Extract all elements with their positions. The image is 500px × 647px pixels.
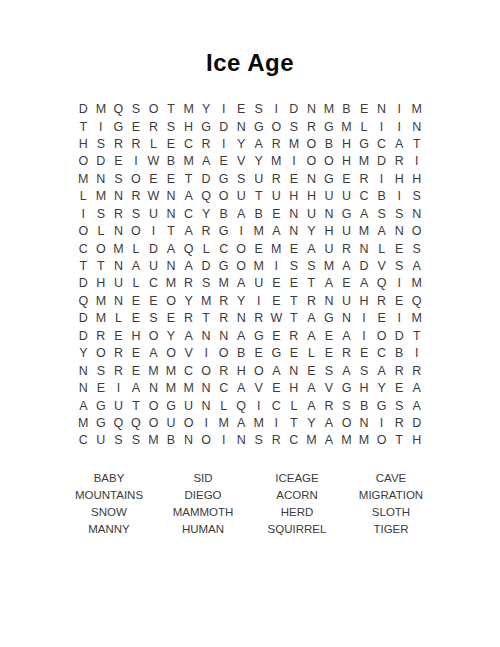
grid-cell-r16c18: A: [373, 362, 391, 379]
grid-cell-r9c15: U: [320, 240, 338, 257]
grid-cell-r2c13: S: [285, 118, 303, 135]
grid-cell-r17c1: N: [75, 379, 93, 396]
grid-cell-r11c18: Q: [373, 275, 391, 292]
grid-cell-r9c5: D: [145, 240, 163, 257]
grid-cell-r1c11: S: [250, 100, 268, 117]
grid-cell-r5c7: T: [180, 170, 198, 187]
grid-cell-r9c3: M: [110, 240, 128, 257]
grid-cell-r14c12: E: [268, 327, 286, 344]
grid-cell-r15c17: E: [355, 345, 373, 362]
grid-cell-r11c13: E: [285, 275, 303, 292]
grid-cell-r4c14: O: [303, 153, 321, 170]
grid-cell-r10c3: N: [110, 257, 128, 274]
grid-cell-r20c2: U: [92, 432, 110, 449]
grid-cell-r20c7: N: [180, 432, 198, 449]
grid-cell-r17c14: A: [303, 379, 321, 396]
grid-cell-r2c10: N: [232, 118, 250, 135]
grid-cell-r8c14: Y: [303, 222, 321, 239]
grid-cell-r1c3: Q: [110, 100, 128, 117]
grid-cell-r4c16: H: [338, 153, 356, 170]
grid-cell-r17c17: H: [355, 379, 373, 396]
grid-cell-r18c4: T: [127, 397, 145, 414]
grid-cell-r6c4: R: [127, 188, 145, 205]
grid-cell-r9c14: A: [303, 240, 321, 257]
grid-cell-r5c19: H: [390, 170, 408, 187]
grid-cell-r19c9: M: [215, 414, 233, 431]
grid-cell-r7c20: N: [408, 205, 426, 222]
grid-cell-r9c13: E: [285, 240, 303, 257]
grid-cell-r14c11: G: [250, 327, 268, 344]
grid-cell-r2c16: M: [338, 118, 356, 135]
grid-cell-r3c15: B: [320, 135, 338, 152]
grid-cell-r2c9: D: [215, 118, 233, 135]
grid-cell-r3c3: R: [110, 135, 128, 152]
grid-cell-r19c16: O: [338, 414, 356, 431]
grid-cell-r7c4: S: [127, 205, 145, 222]
grid-cell-r20c15: A: [320, 432, 338, 449]
grid-cell-r3c16: H: [338, 135, 356, 152]
grid-cell-r8c9: G: [215, 222, 233, 239]
grid-cell-r10c2: T: [92, 257, 110, 274]
grid-cell-r18c10: Q: [232, 397, 250, 414]
grid-cell-r11c6: M: [162, 275, 180, 292]
grid-cell-r20c4: S: [127, 432, 145, 449]
grid-cell-r4c7: M: [180, 153, 198, 170]
grid-cell-r19c13: T: [285, 414, 303, 431]
grid-cell-r2c6: S: [162, 118, 180, 135]
grid-cell-r15c15: E: [320, 345, 338, 362]
grid-cell-r4c8: A: [197, 153, 215, 170]
grid-cell-r11c16: E: [338, 275, 356, 292]
grid-cell-r7c12: E: [268, 205, 286, 222]
grid-cell-r20c10: N: [232, 432, 250, 449]
word-list-item: CAVE: [344, 469, 438, 486]
grid-cell-r9c7: Q: [180, 240, 198, 257]
grid-cell-r3c6: E: [162, 135, 180, 152]
word-list-item: SID: [156, 469, 250, 486]
grid-cell-r17c7: M: [180, 379, 198, 396]
grid-cell-r14c3: E: [110, 327, 128, 344]
grid-cell-r3c18: C: [373, 135, 391, 152]
grid-cell-r7c11: B: [250, 205, 268, 222]
grid-cell-r4c6: B: [162, 153, 180, 170]
grid-cell-r9c12: M: [268, 240, 286, 257]
grid-cell-r4c13: I: [285, 153, 303, 170]
grid-cell-r15c1: Y: [75, 345, 93, 362]
grid-cell-r3c17: G: [355, 135, 373, 152]
grid-cell-r13c10: N: [232, 310, 250, 327]
grid-cell-r3c14: O: [303, 135, 321, 152]
grid-cell-r11c10: A: [232, 275, 250, 292]
grid-cell-r10c8: D: [197, 257, 215, 274]
grid-cell-r18c11: I: [250, 397, 268, 414]
grid-cell-r20c3: S: [110, 432, 128, 449]
grid-cell-r3c11: A: [250, 135, 268, 152]
grid-cell-r4c3: E: [110, 153, 128, 170]
grid-cell-r14c16: A: [338, 327, 356, 344]
grid-cell-r14c6: Y: [162, 327, 180, 344]
grid-cell-r20c14: M: [303, 432, 321, 449]
grid-cell-r14c13: R: [285, 327, 303, 344]
grid-cell-r6c20: S: [408, 188, 426, 205]
grid-cell-r16c2: S: [92, 362, 110, 379]
grid-cell-r13c12: W: [268, 310, 286, 327]
grid-cell-r10c9: G: [215, 257, 233, 274]
grid-cell-r12c17: H: [355, 292, 373, 309]
grid-cell-r3c1: H: [75, 135, 93, 152]
grid-cell-r1c12: I: [268, 100, 286, 117]
word-list-item: ACORN: [250, 486, 344, 503]
grid-cell-r15c14: L: [303, 345, 321, 362]
grid-cell-r20c9: I: [215, 432, 233, 449]
grid-cell-r5c3: S: [110, 170, 128, 187]
grid-cell-r3c2: S: [92, 135, 110, 152]
grid-cell-r6c2: M: [92, 188, 110, 205]
grid-cell-r3c19: A: [390, 135, 408, 152]
grid-cell-r1c8: Y: [197, 100, 215, 117]
grid-cell-r2c19: I: [390, 118, 408, 135]
grid-cell-r13c20: M: [408, 310, 426, 327]
grid-cell-r16c14: E: [303, 362, 321, 379]
grid-cell-r7c17: A: [355, 205, 373, 222]
grid-cell-r2c3: G: [110, 118, 128, 135]
grid-cell-r5c18: I: [373, 170, 391, 187]
grid-cell-r9c19: E: [390, 240, 408, 257]
grid-cell-r5c8: D: [197, 170, 215, 187]
grid-cell-r8c15: H: [320, 222, 338, 239]
grid-cell-r19c3: Q: [110, 414, 128, 431]
grid-cell-r18c6: G: [162, 397, 180, 414]
grid-cell-r12c11: I: [250, 292, 268, 309]
grid-cell-r9c18: L: [373, 240, 391, 257]
grid-cell-r4c5: W: [145, 153, 163, 170]
grid-cell-r16c16: A: [338, 362, 356, 379]
grid-cell-r2c7: H: [180, 118, 198, 135]
grid-cell-r14c14: A: [303, 327, 321, 344]
grid-cell-r18c7: U: [180, 397, 198, 414]
grid-cell-r6c1: L: [75, 188, 93, 205]
grid-cell-r10c10: O: [232, 257, 250, 274]
grid-cell-r16c13: N: [285, 362, 303, 379]
grid-cell-r6c18: B: [373, 188, 391, 205]
grid-cell-r7c6: N: [162, 205, 180, 222]
grid-cell-r13c1: D: [75, 310, 93, 327]
grid-cell-r7c1: I: [75, 205, 93, 222]
grid-cell-r10c12: I: [268, 257, 286, 274]
grid-cell-r20c18: O: [373, 432, 391, 449]
grid-cell-r1c4: S: [127, 100, 145, 117]
grid-cell-r9c6: A: [162, 240, 180, 257]
word-list: BABYSIDICEAGECAVEMOUNTAINSDIEGOACORNMIGR…: [0, 469, 500, 537]
grid-cell-r14c20: T: [408, 327, 426, 344]
grid-cell-r3c5: L: [145, 135, 163, 152]
grid-cell-r15c6: O: [162, 345, 180, 362]
grid-cell-r14c4: H: [127, 327, 145, 344]
grid-cell-r18c13: L: [285, 397, 303, 414]
grid-cell-r4c20: I: [408, 153, 426, 170]
grid-cell-r14c10: A: [232, 327, 250, 344]
grid-cell-r18c20: A: [408, 397, 426, 414]
grid-cell-r4c12: M: [268, 153, 286, 170]
grid-cell-r4c2: D: [92, 153, 110, 170]
grid-cell-r10c1: T: [75, 257, 93, 274]
grid-cell-r20c16: M: [338, 432, 356, 449]
grid-cell-r8c6: T: [162, 222, 180, 239]
grid-cell-r6c13: H: [285, 188, 303, 205]
grid-cell-r5c14: N: [303, 170, 321, 187]
grid-cell-r17c6: M: [162, 379, 180, 396]
grid-cell-r6c7: A: [180, 188, 198, 205]
grid-cell-r19c11: M: [250, 414, 268, 431]
grid-cell-r18c16: S: [338, 397, 356, 414]
word-list-item: SQUIRREL: [250, 520, 344, 537]
grid-cell-r17c16: G: [338, 379, 356, 396]
grid-cell-r15c4: E: [127, 345, 145, 362]
grid-cell-r18c8: N: [197, 397, 215, 414]
grid-cell-r8c7: A: [180, 222, 198, 239]
grid-cell-r17c10: A: [232, 379, 250, 396]
word-list-item: SNOW: [62, 503, 156, 520]
grid-cell-r20c17: M: [355, 432, 373, 449]
grid-cell-r12c12: E: [268, 292, 286, 309]
grid-cell-r10c11: M: [250, 257, 268, 274]
grid-cell-r18c15: R: [320, 397, 338, 414]
grid-cell-r8c16: U: [338, 222, 356, 239]
grid-cell-r12c7: Y: [180, 292, 198, 309]
grid-cell-r14c8: N: [197, 327, 215, 344]
grid-cell-r13c4: E: [127, 310, 145, 327]
grid-cell-r8c20: O: [408, 222, 426, 239]
grid-cell-r3c4: R: [127, 135, 145, 152]
grid-cell-r15c9: O: [215, 345, 233, 362]
grid-cell-r14c2: R: [92, 327, 110, 344]
grid-cell-r2c5: R: [145, 118, 163, 135]
grid-cell-r7c18: S: [373, 205, 391, 222]
grid-cell-r7c8: Y: [197, 205, 215, 222]
grid-cell-r9c10: O: [232, 240, 250, 257]
grid-cell-r16c10: H: [232, 362, 250, 379]
grid-cell-r16c17: S: [355, 362, 373, 379]
word-list-item: MANNY: [62, 520, 156, 537]
grid-cell-r9c11: E: [250, 240, 268, 257]
grid-cell-r14c17: I: [355, 327, 373, 344]
grid-cell-r8c8: R: [197, 222, 215, 239]
grid-cell-r7c15: N: [320, 205, 338, 222]
grid-cell-r5c6: E: [162, 170, 180, 187]
grid-cell-r4c19: R: [390, 153, 408, 170]
grid-cell-r11c7: R: [180, 275, 198, 292]
grid-cell-r20c11: S: [250, 432, 268, 449]
grid-cell-r8c10: I: [232, 222, 250, 239]
grid-cell-r1c16: B: [338, 100, 356, 117]
grid-cell-r1c2: M: [92, 100, 110, 117]
grid-cell-r4c9: E: [215, 153, 233, 170]
grid-cell-r3c20: T: [408, 135, 426, 152]
grid-cell-r5c9: G: [215, 170, 233, 187]
grid-cell-r2c11: G: [250, 118, 268, 135]
grid-cell-r6c9: O: [215, 188, 233, 205]
grid-cell-r2c17: L: [355, 118, 373, 135]
word-list-item: MIGRATION: [344, 486, 438, 503]
grid-cell-r16c6: M: [162, 362, 180, 379]
grid-cell-r15c16: R: [338, 345, 356, 362]
grid-cell-r5c11: U: [250, 170, 268, 187]
grid-cell-r13c9: R: [215, 310, 233, 327]
grid-cell-r3c12: R: [268, 135, 286, 152]
grid-cell-r18c2: G: [92, 397, 110, 414]
grid-cell-r19c20: D: [408, 414, 426, 431]
grid-cell-r17c9: C: [215, 379, 233, 396]
grid-cell-r10c18: V: [373, 257, 391, 274]
grid-cell-r20c6: B: [162, 432, 180, 449]
grid-cell-r18c5: O: [145, 397, 163, 414]
grid-cell-r14c7: A: [180, 327, 198, 344]
grid-cell-r1c6: T: [162, 100, 180, 117]
grid-cell-r2c15: G: [320, 118, 338, 135]
grid-cell-r18c14: A: [303, 397, 321, 414]
grid-cell-r12c8: M: [197, 292, 215, 309]
grid-cell-r5c12: R: [268, 170, 286, 187]
word-list-item: HUMAN: [156, 520, 250, 537]
grid-cell-r8c4: O: [127, 222, 145, 239]
grid-cell-r9c1: C: [75, 240, 93, 257]
grid-cell-r10c5: U: [145, 257, 163, 274]
grid-cell-r1c20: M: [408, 100, 426, 117]
grid-cell-r5c2: N: [92, 170, 110, 187]
grid-cell-r13c6: E: [162, 310, 180, 327]
grid-cell-r4c15: O: [320, 153, 338, 170]
grid-cell-r18c19: S: [390, 397, 408, 414]
grid-cell-r16c7: C: [180, 362, 198, 379]
word-list-item: MOUNTAINS: [62, 486, 156, 503]
grid-cell-r2c14: R: [303, 118, 321, 135]
grid-cell-r12c14: R: [303, 292, 321, 309]
grid-cell-r19c18: I: [373, 414, 391, 431]
grid-cell-r1c7: M: [180, 100, 198, 117]
grid-cell-r20c13: C: [285, 432, 303, 449]
grid-cell-r14c9: N: [215, 327, 233, 344]
grid-cell-r13c17: I: [355, 310, 373, 327]
grid-cell-r2c1: T: [75, 118, 93, 135]
grid-cell-r8c1: O: [75, 222, 93, 239]
grid-cell-r1c1: D: [75, 100, 93, 117]
grid-cell-r17c12: E: [268, 379, 286, 396]
grid-cell-r11c9: M: [215, 275, 233, 292]
grid-cell-r15c19: B: [390, 345, 408, 362]
grid-cell-r2c2: I: [92, 118, 110, 135]
grid-cell-r1c10: E: [232, 100, 250, 117]
grid-cell-r13c2: M: [92, 310, 110, 327]
grid-cell-r9c20: S: [408, 240, 426, 257]
grid-cell-r2c4: E: [127, 118, 145, 135]
grid-cell-r11c15: A: [320, 275, 338, 292]
grid-cell-r1c15: M: [320, 100, 338, 117]
grid-cell-r20c5: M: [145, 432, 163, 449]
grid-cell-r17c19: E: [390, 379, 408, 396]
grid-cell-r17c11: V: [250, 379, 268, 396]
grid-cell-r6c3: N: [110, 188, 128, 205]
grid-cell-r16c5: M: [145, 362, 163, 379]
grid-cell-r19c5: O: [145, 414, 163, 431]
grid-cell-r15c20: I: [408, 345, 426, 362]
grid-cell-r4c1: O: [75, 153, 93, 170]
grid-cell-r7c13: N: [285, 205, 303, 222]
grid-cell-r20c12: R: [268, 432, 286, 449]
grid-cell-r7c19: S: [390, 205, 408, 222]
grid-cell-r3c10: Y: [232, 135, 250, 152]
grid-cell-r5c17: R: [355, 170, 373, 187]
grid-cell-r19c2: G: [92, 414, 110, 431]
grid-cell-r8c5: I: [145, 222, 163, 239]
grid-cell-r11c4: L: [127, 275, 145, 292]
word-list-item: DIEGO: [156, 486, 250, 503]
grid-cell-r13c13: T: [285, 310, 303, 327]
grid-cell-r4c18: D: [373, 153, 391, 170]
grid-cell-r6c11: T: [250, 188, 268, 205]
grid-cell-r12c5: E: [145, 292, 163, 309]
grid-cell-r1c18: N: [373, 100, 391, 117]
grid-cell-r17c2: E: [92, 379, 110, 396]
grid-cell-r4c11: Y: [250, 153, 268, 170]
grid-cell-r2c18: I: [373, 118, 391, 135]
grid-cell-r7c14: U: [303, 205, 321, 222]
grid-cell-r2c8: G: [197, 118, 215, 135]
grid-cell-r5c10: S: [232, 170, 250, 187]
grid-cell-r14c15: E: [320, 327, 338, 344]
grid-cell-r8c3: N: [110, 222, 128, 239]
grid-cell-r19c10: A: [232, 414, 250, 431]
grid-cell-r15c3: R: [110, 345, 128, 362]
grid-cell-r17c3: I: [110, 379, 128, 396]
grid-cell-r8c2: L: [92, 222, 110, 239]
grid-cell-r19c6: U: [162, 414, 180, 431]
grid-cell-r19c8: I: [197, 414, 215, 431]
grid-cell-r9c2: O: [92, 240, 110, 257]
puzzle-title: Ice Age: [0, 0, 500, 76]
word-list-item: SLOTH: [344, 503, 438, 520]
grid-cell-r14c5: O: [145, 327, 163, 344]
grid-cell-r13c14: A: [303, 310, 321, 327]
grid-cell-r4c4: I: [127, 153, 145, 170]
grid-cell-r11c12: E: [268, 275, 286, 292]
grid-cell-r12c16: U: [338, 292, 356, 309]
grid-cell-r15c12: G: [268, 345, 286, 362]
grid-cell-r7c9: B: [215, 205, 233, 222]
grid-cell-r13c3: L: [110, 310, 128, 327]
grid-cell-r17c20: A: [408, 379, 426, 396]
grid-cell-r3c13: M: [285, 135, 303, 152]
grid-cell-r11c19: I: [390, 275, 408, 292]
grid-cell-r10c14: S: [303, 257, 321, 274]
grid-cell-r11c14: T: [303, 275, 321, 292]
grid-cell-r4c17: M: [355, 153, 373, 170]
grid-cell-r14c1: D: [75, 327, 93, 344]
grid-cell-r16c1: N: [75, 362, 93, 379]
grid-cell-r6c8: Q: [197, 188, 215, 205]
grid-cell-r17c4: A: [127, 379, 145, 396]
grid-cell-r6c6: N: [162, 188, 180, 205]
grid-cell-r17c18: Y: [373, 379, 391, 396]
grid-cell-r15c18: C: [373, 345, 391, 362]
word-list-item: TIGER: [344, 520, 438, 537]
grid-cell-r7c3: R: [110, 205, 128, 222]
grid-cell-r15c13: E: [285, 345, 303, 362]
grid-cell-r11c2: H: [92, 275, 110, 292]
grid-cell-r15c7: V: [180, 345, 198, 362]
grid-cell-r11c11: U: [250, 275, 268, 292]
grid-cell-r1c19: I: [390, 100, 408, 117]
grid-cell-r10c19: S: [390, 257, 408, 274]
